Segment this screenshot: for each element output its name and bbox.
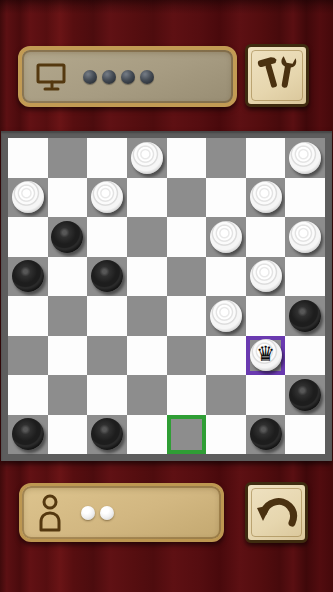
checkers-board: ♛ [8,138,325,454]
square-f6[interactable] [206,217,246,257]
tools-button[interactable] [245,44,309,107]
square-b1[interactable] [48,415,88,455]
square-c7[interactable] [87,178,127,218]
black-man[interactable] [51,221,83,253]
square-f2[interactable] [206,375,246,415]
square-g8[interactable] [246,138,286,178]
white-man[interactable] [131,142,163,174]
hammer-wrench-icon [256,54,298,98]
white-man[interactable] [210,221,242,253]
king-crown-icon: ♛ [256,344,275,365]
captured-white-dots [81,506,114,520]
square-e2[interactable] [167,375,207,415]
square-a7[interactable] [8,178,48,218]
square-g1[interactable] [246,415,286,455]
square-h5[interactable] [285,257,325,297]
white-man[interactable] [289,221,321,253]
square-g3[interactable]: ♛ [246,336,286,376]
square-f7[interactable] [206,178,246,218]
square-f1[interactable] [206,415,246,455]
square-d5[interactable] [127,257,167,297]
square-b3[interactable] [48,336,88,376]
square-b2[interactable] [48,375,88,415]
square-c8[interactable] [87,138,127,178]
captured-black-piece-dot [102,70,116,84]
computer-status-panel [18,46,237,107]
square-d8[interactable] [127,138,167,178]
black-man[interactable] [250,418,282,450]
black-man[interactable] [91,260,123,292]
white-king[interactable]: ♛ [250,339,282,371]
square-c1[interactable] [87,415,127,455]
square-a6[interactable] [8,217,48,257]
square-d3[interactable] [127,336,167,376]
square-g7[interactable] [246,178,286,218]
game-screen: ♛ [0,0,333,592]
black-man[interactable] [289,300,321,332]
square-a5[interactable] [8,257,48,297]
captured-black-piece-dot [121,70,135,84]
square-h7[interactable] [285,178,325,218]
square-c3[interactable] [87,336,127,376]
captured-black-piece-dot [140,70,154,84]
square-g4[interactable] [246,296,286,336]
square-g5[interactable] [246,257,286,297]
white-man[interactable] [12,181,44,213]
square-e5[interactable] [167,257,207,297]
square-a3[interactable] [8,336,48,376]
square-e1[interactable] [167,415,207,455]
square-h2[interactable] [285,375,325,415]
monitor-icon [35,62,67,92]
square-f4[interactable] [206,296,246,336]
square-b4[interactable] [48,296,88,336]
square-g2[interactable] [246,375,286,415]
square-d1[interactable] [127,415,167,455]
square-g6[interactable] [246,217,286,257]
square-e4[interactable] [167,296,207,336]
square-b5[interactable] [48,257,88,297]
square-e6[interactable] [167,217,207,257]
square-a2[interactable] [8,375,48,415]
undo-arrow-icon [255,493,299,533]
square-d4[interactable] [127,296,167,336]
square-h8[interactable] [285,138,325,178]
square-d7[interactable] [127,178,167,218]
square-h3[interactable] [285,336,325,376]
captured-black-piece-dot [83,70,97,84]
square-h6[interactable] [285,217,325,257]
square-e3[interactable] [167,336,207,376]
square-h1[interactable] [285,415,325,455]
white-man[interactable] [210,300,242,332]
square-a1[interactable] [8,415,48,455]
undo-button[interactable] [245,482,308,543]
black-man[interactable] [12,418,44,450]
square-c4[interactable] [87,296,127,336]
square-f5[interactable] [206,257,246,297]
square-b6[interactable] [48,217,88,257]
square-c5[interactable] [87,257,127,297]
square-c2[interactable] [87,375,127,415]
square-a4[interactable] [8,296,48,336]
white-man[interactable] [289,142,321,174]
white-man[interactable] [91,181,123,213]
person-icon [35,492,65,534]
captured-black-dots [83,70,154,84]
captured-white-piece-dot [100,506,114,520]
square-b8[interactable] [48,138,88,178]
black-man[interactable] [12,260,44,292]
black-man[interactable] [289,379,321,411]
square-f8[interactable] [206,138,246,178]
white-man[interactable] [250,260,282,292]
square-e7[interactable] [167,178,207,218]
square-d2[interactable] [127,375,167,415]
black-man[interactable] [91,418,123,450]
square-b7[interactable] [48,178,88,218]
captured-white-piece-dot [81,506,95,520]
human-status-panel [19,483,224,542]
square-d6[interactable] [127,217,167,257]
square-a8[interactable] [8,138,48,178]
white-man[interactable] [250,181,282,213]
board-frame: ♛ [1,131,332,461]
square-h4[interactable] [285,296,325,336]
square-f3[interactable] [206,336,246,376]
square-e8[interactable] [167,138,207,178]
square-c6[interactable] [87,217,127,257]
